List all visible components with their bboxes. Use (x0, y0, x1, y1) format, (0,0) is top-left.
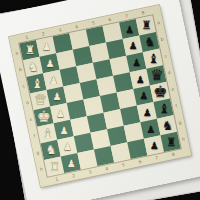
black-pawn-e7[interactable]: ♟ (139, 90, 148, 101)
photo-canvas: 12345678 12345678 abcdefgh abcdefgh ♜♞♝♛… (0, 0, 200, 200)
white-bishop-c1[interactable]: ♝ (31, 75, 43, 90)
white-knight-g1[interactable]: ♞ (45, 142, 56, 157)
black-rook-h8[interactable]: ♜ (165, 134, 175, 148)
white-pawn-c2[interactable]: ♟ (49, 74, 58, 85)
white-pawn-f2[interactable]: ♟ (59, 124, 68, 135)
black-queen-d8[interactable]: ♛ (150, 66, 163, 84)
black-pawn-h7[interactable]: ♟ (149, 140, 158, 151)
black-knight-b8[interactable]: ♞ (144, 34, 155, 49)
black-pawn-d7[interactable]: ♟ (135, 73, 144, 84)
white-queen-d1[interactable]: ♛ (33, 90, 46, 108)
black-pawn-f7[interactable]: ♟ (142, 107, 151, 118)
white-pawn-h2[interactable]: ♟ (66, 157, 75, 168)
white-pawn-e2[interactable]: ♟ (56, 108, 65, 119)
black-bishop-f8[interactable]: ♝ (158, 101, 170, 116)
white-bishop-f1[interactable]: ♝ (41, 125, 53, 140)
black-pawn-c7[interactable]: ♟ (132, 57, 141, 68)
chess-board-mat: 12345678 12345678 abcdefgh abcdefgh ♜♞♝♛… (9, 5, 192, 188)
black-bishop-c8[interactable]: ♝ (147, 51, 159, 66)
white-knight-b1[interactable]: ♞ (27, 59, 38, 74)
black-pawn-a7[interactable]: ♟ (125, 23, 134, 34)
white-rook-h1[interactable]: ♜ (49, 159, 59, 173)
black-king-e8[interactable]: ♚ (153, 82, 167, 101)
black-knight-g8[interactable]: ♞ (161, 117, 172, 132)
black-pawn-b7[interactable]: ♟ (128, 40, 137, 51)
black-rook-a8[interactable]: ♜ (141, 18, 151, 32)
white-pawn-g2[interactable]: ♟ (63, 141, 72, 152)
white-pawn-d2[interactable]: ♟ (52, 91, 61, 102)
white-pawn-b2[interactable]: ♟ (45, 58, 54, 69)
white-pawn-a2[interactable]: ♟ (42, 41, 51, 52)
black-pawn-g7[interactable]: ♟ (146, 123, 155, 134)
white-rook-a1[interactable]: ♜ (24, 43, 34, 57)
white-king-e1[interactable]: ♚ (36, 106, 50, 125)
